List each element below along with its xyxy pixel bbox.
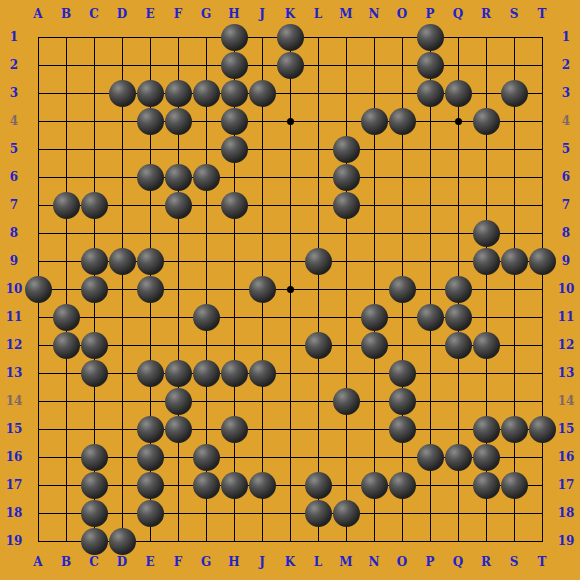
row-label-12: 12	[558, 338, 575, 352]
column-label-C: C	[89, 7, 99, 21]
black-stone-J13	[249, 360, 276, 387]
column-label-K: K	[285, 555, 295, 569]
row-label-14: 14	[6, 394, 23, 408]
black-stone-J3	[249, 80, 276, 107]
black-stone-O4	[389, 108, 416, 135]
black-stone-R4	[473, 108, 500, 135]
black-stone-P3	[417, 80, 444, 107]
black-stone-Q12	[445, 332, 472, 359]
column-label-G: G	[201, 555, 211, 569]
black-stone-P16	[417, 444, 444, 471]
row-label-6: 6	[562, 170, 570, 184]
black-stone-C16	[81, 444, 108, 471]
column-label-Q: Q	[453, 7, 463, 21]
column-label-B: B	[61, 7, 71, 21]
black-stone-C9	[81, 248, 108, 275]
column-label-O: O	[397, 7, 407, 21]
black-stone-C12	[81, 332, 108, 359]
black-stone-O17	[389, 472, 416, 499]
column-label-P: P	[425, 555, 434, 569]
black-stone-S17	[501, 472, 528, 499]
black-stone-G13	[193, 360, 220, 387]
row-label-15: 15	[558, 422, 575, 436]
row-label-7: 7	[562, 198, 570, 212]
black-stone-H13	[221, 360, 248, 387]
black-stone-E17	[137, 472, 164, 499]
star-point-K10	[287, 286, 294, 293]
column-label-D: D	[117, 7, 127, 21]
black-stone-C13	[81, 360, 108, 387]
column-label-P: P	[425, 7, 434, 21]
black-stone-E4	[137, 108, 164, 135]
black-stone-B11	[53, 304, 80, 331]
black-stone-G17	[193, 472, 220, 499]
black-stone-N17	[361, 472, 388, 499]
black-stone-C17	[81, 472, 108, 499]
black-stone-E16	[137, 444, 164, 471]
column-label-G: G	[201, 7, 211, 21]
black-stone-E9	[137, 248, 164, 275]
row-label-3: 3	[10, 86, 18, 100]
black-stone-S15	[501, 416, 528, 443]
row-label-8: 8	[10, 226, 18, 240]
black-stone-M5	[333, 136, 360, 163]
black-stone-Q16	[445, 444, 472, 471]
star-point-Q4	[455, 118, 462, 125]
black-stone-H17	[221, 472, 248, 499]
column-label-Q: Q	[453, 555, 463, 569]
black-stone-L9	[305, 248, 332, 275]
black-stone-A10	[25, 276, 52, 303]
column-label-E: E	[145, 555, 154, 569]
row-label-5: 5	[10, 142, 18, 156]
row-label-10: 10	[558, 282, 575, 296]
black-stone-O13	[389, 360, 416, 387]
black-stone-J17	[249, 472, 276, 499]
column-label-C: C	[89, 555, 99, 569]
black-stone-S3	[501, 80, 528, 107]
column-label-N: N	[369, 555, 380, 569]
column-label-B: B	[61, 555, 71, 569]
black-stone-F3	[165, 80, 192, 107]
black-stone-F4	[165, 108, 192, 135]
black-stone-B12	[53, 332, 80, 359]
black-stone-C10	[81, 276, 108, 303]
row-label-14: 14	[558, 394, 575, 408]
row-label-9: 9	[10, 254, 18, 268]
black-stone-R12	[473, 332, 500, 359]
row-label-1: 1	[10, 30, 18, 44]
row-label-11: 11	[6, 310, 23, 324]
row-label-12: 12	[6, 338, 23, 352]
black-stone-H2	[221, 52, 248, 79]
column-label-S: S	[510, 7, 519, 21]
row-label-16: 16	[6, 450, 23, 464]
black-stone-T15	[529, 416, 556, 443]
row-label-7: 7	[10, 198, 18, 212]
column-label-J: J	[259, 7, 265, 21]
black-stone-H15	[221, 416, 248, 443]
column-label-O: O	[397, 555, 407, 569]
black-stone-P11	[417, 304, 444, 331]
column-label-K: K	[285, 7, 295, 21]
black-stone-M18	[333, 500, 360, 527]
black-stone-F15	[165, 416, 192, 443]
black-stone-Q3	[445, 80, 472, 107]
column-label-J: J	[259, 555, 265, 569]
row-label-3: 3	[562, 86, 570, 100]
column-label-H: H	[228, 555, 239, 569]
row-label-9: 9	[562, 254, 570, 268]
black-stone-H7	[221, 192, 248, 219]
column-label-E: E	[145, 7, 154, 21]
black-stone-E15	[137, 416, 164, 443]
black-stone-G11	[193, 304, 220, 331]
black-stone-G3	[193, 80, 220, 107]
column-label-R: R	[481, 7, 491, 21]
black-stone-M14	[333, 388, 360, 415]
black-stone-K1	[277, 24, 304, 51]
row-label-18: 18	[558, 506, 575, 520]
black-stone-S9	[501, 248, 528, 275]
go-board[interactable]: ABCDEFGHJKLMNOPQRST ABCDEFGHJKLMNOPQRST …	[0, 0, 580, 580]
row-label-13: 13	[558, 366, 575, 380]
black-stone-Q11	[445, 304, 472, 331]
black-stone-H5	[221, 136, 248, 163]
row-label-4: 4	[10, 114, 18, 128]
black-stone-R8	[473, 220, 500, 247]
black-stone-L18	[305, 500, 332, 527]
column-label-T: T	[538, 555, 547, 569]
column-label-L: L	[314, 7, 322, 21]
row-label-11: 11	[558, 310, 575, 324]
row-label-17: 17	[6, 478, 23, 492]
row-label-6: 6	[10, 170, 18, 184]
row-label-8: 8	[562, 226, 570, 240]
column-label-M: M	[339, 555, 352, 569]
black-stone-M6	[333, 164, 360, 191]
column-label-F: F	[174, 7, 183, 21]
column-label-R: R	[481, 555, 491, 569]
black-stone-O15	[389, 416, 416, 443]
black-stone-E13	[137, 360, 164, 387]
column-label-A: A	[33, 7, 42, 21]
black-stone-D9	[109, 248, 136, 275]
black-stone-H4	[221, 108, 248, 135]
row-label-2: 2	[562, 58, 570, 72]
black-stone-P2	[417, 52, 444, 79]
black-stone-N11	[361, 304, 388, 331]
row-label-17: 17	[558, 478, 575, 492]
row-label-4: 4	[562, 114, 570, 128]
black-stone-F6	[165, 164, 192, 191]
column-label-F: F	[174, 555, 183, 569]
row-label-5: 5	[562, 142, 570, 156]
black-stone-J10	[249, 276, 276, 303]
column-label-D: D	[117, 555, 127, 569]
black-stone-O14	[389, 388, 416, 415]
row-label-16: 16	[558, 450, 575, 464]
black-stone-C7	[81, 192, 108, 219]
black-stone-E18	[137, 500, 164, 527]
black-stone-R17	[473, 472, 500, 499]
row-label-1: 1	[562, 30, 570, 44]
black-stone-N4	[361, 108, 388, 135]
black-stone-F14	[165, 388, 192, 415]
black-stone-P1	[417, 24, 444, 51]
black-stone-H3	[221, 80, 248, 107]
star-point-K4	[287, 118, 294, 125]
black-stone-F7	[165, 192, 192, 219]
row-label-15: 15	[6, 422, 23, 436]
row-label-19: 19	[6, 534, 23, 548]
column-label-M: M	[339, 7, 352, 21]
black-stone-D19	[109, 528, 136, 555]
row-label-13: 13	[6, 366, 23, 380]
black-stone-B7	[53, 192, 80, 219]
black-stone-R15	[473, 416, 500, 443]
black-stone-H1	[221, 24, 248, 51]
black-stone-E6	[137, 164, 164, 191]
column-label-A: A	[33, 555, 42, 569]
black-stone-T9	[529, 248, 556, 275]
black-stone-Q10	[445, 276, 472, 303]
column-label-L: L	[314, 555, 322, 569]
black-stone-L17	[305, 472, 332, 499]
black-stone-R16	[473, 444, 500, 471]
black-stone-O10	[389, 276, 416, 303]
column-label-H: H	[228, 7, 239, 21]
black-stone-E10	[137, 276, 164, 303]
black-stone-G6	[193, 164, 220, 191]
row-label-19: 19	[558, 534, 575, 548]
column-label-S: S	[510, 555, 519, 569]
row-label-2: 2	[10, 58, 18, 72]
black-stone-L12	[305, 332, 332, 359]
black-stone-K2	[277, 52, 304, 79]
black-stone-R9	[473, 248, 500, 275]
row-label-18: 18	[6, 506, 23, 520]
black-stone-F13	[165, 360, 192, 387]
black-stone-M7	[333, 192, 360, 219]
column-label-N: N	[369, 7, 380, 21]
black-stone-C19	[81, 528, 108, 555]
black-stone-E3	[137, 80, 164, 107]
black-stone-G16	[193, 444, 220, 471]
row-label-10: 10	[6, 282, 23, 296]
black-stone-C18	[81, 500, 108, 527]
black-stone-D3	[109, 80, 136, 107]
column-label-T: T	[538, 7, 547, 21]
black-stone-N12	[361, 332, 388, 359]
